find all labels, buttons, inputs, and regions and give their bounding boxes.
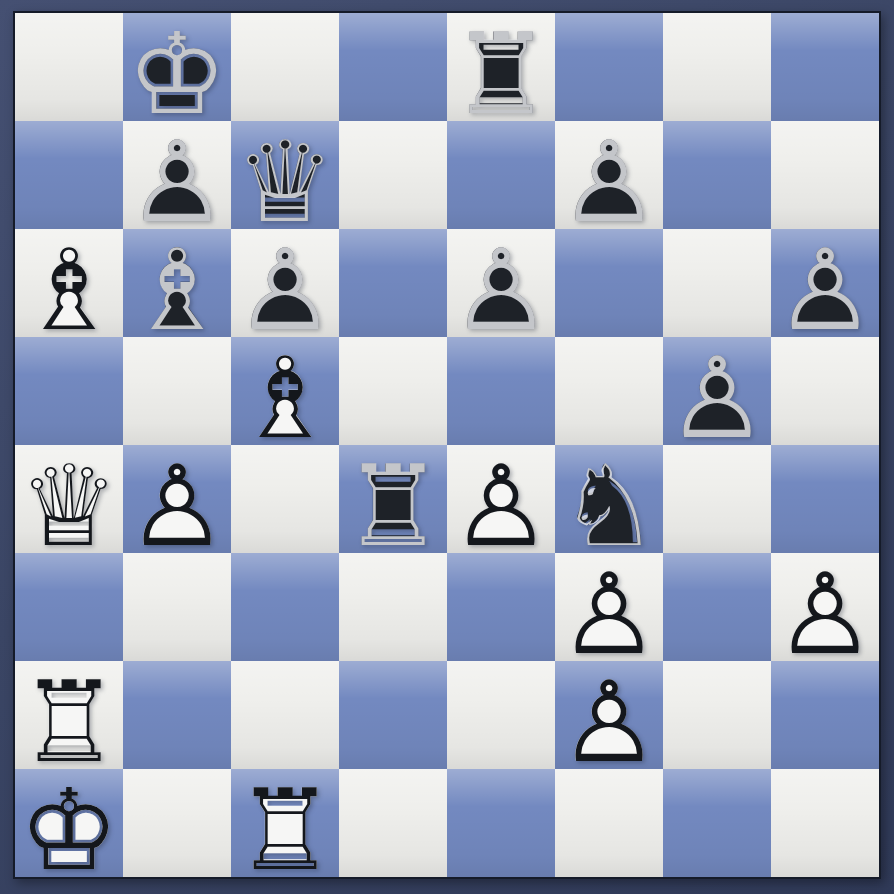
black-pawn-outline: ♙ (231, 236, 339, 344)
square-e4[interactable]: ♟♙ (447, 445, 555, 553)
black-queen-outline: ♕ (231, 128, 339, 236)
white-rook-outline: ♖ (15, 668, 123, 776)
white-king-outline: ♔ (15, 776, 123, 884)
white-pawn-outline: ♙ (447, 452, 555, 560)
square-e6[interactable]: ♟♙ (447, 229, 555, 337)
piece-white-queen[interactable]: ♛♕ (15, 445, 123, 553)
square-c8[interactable] (231, 13, 339, 121)
piece-white-bishop[interactable]: ♝♗ (231, 337, 339, 445)
square-g6[interactable] (663, 229, 771, 337)
piece-black-pawn[interactable]: ♟♙ (447, 229, 555, 337)
black-knight-outline: ♘ (555, 452, 663, 560)
square-b1[interactable] (123, 769, 231, 877)
square-d6[interactable] (339, 229, 447, 337)
black-king-outline: ♔ (123, 20, 231, 128)
square-f4[interactable]: ♞♘ (555, 445, 663, 553)
square-h4[interactable] (771, 445, 879, 553)
white-bishop-outline: ♗ (231, 344, 339, 452)
piece-white-pawn[interactable]: ♟♙ (447, 445, 555, 553)
square-h5[interactable] (771, 337, 879, 445)
square-c3[interactable] (231, 553, 339, 661)
square-e7[interactable] (447, 121, 555, 229)
square-e8[interactable]: ♜♖ (447, 13, 555, 121)
white-queen-outline: ♕ (15, 452, 123, 560)
square-f6[interactable] (555, 229, 663, 337)
square-c4[interactable] (231, 445, 339, 553)
square-f1[interactable] (555, 769, 663, 877)
square-d5[interactable] (339, 337, 447, 445)
square-e5[interactable] (447, 337, 555, 445)
piece-white-pawn[interactable]: ♟♙ (555, 661, 663, 769)
white-pawn-outline: ♙ (123, 452, 231, 560)
piece-white-rook[interactable]: ♜♖ (231, 769, 339, 877)
white-pawn-outline: ♙ (555, 668, 663, 776)
square-c2[interactable] (231, 661, 339, 769)
square-b4[interactable]: ♟♙ (123, 445, 231, 553)
square-d4[interactable]: ♜♖ (339, 445, 447, 553)
square-f2[interactable]: ♟♙ (555, 661, 663, 769)
piece-black-bishop[interactable]: ♝♗ (123, 229, 231, 337)
piece-black-pawn[interactable]: ♟♙ (123, 121, 231, 229)
square-d1[interactable] (339, 769, 447, 877)
square-b8[interactable]: ♚♔ (123, 13, 231, 121)
black-pawn-outline: ♙ (771, 236, 879, 344)
square-f3[interactable]: ♟♙ (555, 553, 663, 661)
square-h7[interactable] (771, 121, 879, 229)
square-f8[interactable] (555, 13, 663, 121)
square-d2[interactable] (339, 661, 447, 769)
square-a3[interactable] (15, 553, 123, 661)
piece-black-pawn[interactable]: ♟♙ (555, 121, 663, 229)
square-h3[interactable]: ♟♙ (771, 553, 879, 661)
square-a7[interactable] (15, 121, 123, 229)
black-pawn-outline: ♙ (555, 128, 663, 236)
white-bishop-outline: ♗ (15, 236, 123, 344)
piece-black-queen[interactable]: ♛♕ (231, 121, 339, 229)
square-g2[interactable] (663, 661, 771, 769)
square-g5[interactable]: ♟♙ (663, 337, 771, 445)
square-e3[interactable] (447, 553, 555, 661)
square-a4[interactable]: ♛♕ (15, 445, 123, 553)
square-g7[interactable] (663, 121, 771, 229)
piece-black-pawn[interactable]: ♟♙ (771, 229, 879, 337)
piece-black-rook[interactable]: ♜♖ (447, 13, 555, 121)
square-h6[interactable]: ♟♙ (771, 229, 879, 337)
black-pawn-outline: ♙ (123, 128, 231, 236)
square-f7[interactable]: ♟♙ (555, 121, 663, 229)
square-b6[interactable]: ♝♗ (123, 229, 231, 337)
piece-white-pawn[interactable]: ♟♙ (771, 553, 879, 661)
black-bishop-outline: ♗ (123, 236, 231, 344)
piece-black-knight[interactable]: ♞♘ (555, 445, 663, 553)
square-d3[interactable] (339, 553, 447, 661)
piece-white-bishop[interactable]: ♝♗ (15, 229, 123, 337)
square-h8[interactable] (771, 13, 879, 121)
square-g4[interactable] (663, 445, 771, 553)
piece-white-king[interactable]: ♚♔ (15, 769, 123, 877)
square-b3[interactable] (123, 553, 231, 661)
square-g1[interactable] (663, 769, 771, 877)
white-rook-outline: ♖ (231, 776, 339, 884)
square-h2[interactable] (771, 661, 879, 769)
piece-white-pawn[interactable]: ♟♙ (555, 553, 663, 661)
square-a6[interactable]: ♝♗ (15, 229, 123, 337)
square-c7[interactable]: ♛♕ (231, 121, 339, 229)
black-rook-outline: ♖ (339, 452, 447, 560)
square-a2[interactable]: ♜♖ (15, 661, 123, 769)
square-g8[interactable] (663, 13, 771, 121)
square-d7[interactable] (339, 121, 447, 229)
white-pawn-outline: ♙ (555, 560, 663, 668)
square-a1[interactable]: ♚♔ (15, 769, 123, 877)
square-c5[interactable]: ♝♗ (231, 337, 339, 445)
square-h1[interactable] (771, 769, 879, 877)
white-pawn-outline: ♙ (771, 560, 879, 668)
black-pawn-outline: ♙ (663, 344, 771, 452)
square-a8[interactable] (15, 13, 123, 121)
square-e2[interactable] (447, 661, 555, 769)
square-e1[interactable] (447, 769, 555, 877)
piece-white-rook[interactable]: ♜♖ (15, 661, 123, 769)
square-b2[interactable] (123, 661, 231, 769)
square-c1[interactable]: ♜♖ (231, 769, 339, 877)
piece-black-rook[interactable]: ♜♖ (339, 445, 447, 553)
square-c6[interactable]: ♟♙ (231, 229, 339, 337)
piece-white-pawn[interactable]: ♟♙ (123, 445, 231, 553)
square-b7[interactable]: ♟♙ (123, 121, 231, 229)
black-rook-outline: ♖ (447, 20, 555, 128)
board-frame: ♚♔♜♖♟♙♛♕♟♙♝♗♝♗♟♙♟♙♟♙♝♗♟♙♛♕♟♙♜♖♟♙♞♘♟♙♟♙♜♖… (0, 0, 894, 894)
chess-board: ♚♔♜♖♟♙♛♕♟♙♝♗♝♗♟♙♟♙♟♙♝♗♟♙♛♕♟♙♜♖♟♙♞♘♟♙♟♙♜♖… (15, 13, 879, 877)
piece-black-pawn[interactable]: ♟♙ (663, 337, 771, 445)
black-pawn-outline: ♙ (447, 236, 555, 344)
square-d8[interactable] (339, 13, 447, 121)
square-f5[interactable] (555, 337, 663, 445)
square-a5[interactable] (15, 337, 123, 445)
piece-black-pawn[interactable]: ♟♙ (231, 229, 339, 337)
square-g3[interactable] (663, 553, 771, 661)
square-b5[interactable] (123, 337, 231, 445)
piece-black-king[interactable]: ♚♔ (123, 13, 231, 121)
